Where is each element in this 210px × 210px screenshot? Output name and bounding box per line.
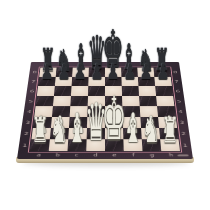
coord-rank-5-left: 5 (29, 99, 34, 103)
coord-rank-6-right: 6 (176, 89, 180, 93)
piece-black-pawn-e7[interactable]: ♟ (107, 63, 120, 85)
coord-rank-4-right: 4 (178, 110, 183, 114)
piece-white-rook-a1[interactable]: ♜ (31, 114, 49, 149)
square-a6[interactable] (37, 86, 55, 96)
coord-rank-1-right: 1 (183, 143, 188, 147)
coord-file-f-near: f (132, 153, 135, 158)
coord-rank-6-left: 6 (30, 89, 34, 93)
square-b6[interactable] (54, 86, 72, 96)
coord-file-b-near: b (55, 153, 60, 158)
piece-black-pawn-c7[interactable]: ♟ (74, 63, 87, 85)
square-h6[interactable] (155, 86, 173, 96)
coord-file-e-near: e (112, 153, 116, 158)
coord-file-c-near: c (75, 153, 79, 158)
coord-rank-3-left: 3 (26, 120, 31, 124)
coord-rank-8-right: 8 (173, 70, 177, 73)
piece-white-king-e1[interactable]: ♚ (102, 89, 126, 149)
piece-black-pawn-g7[interactable]: ♟ (140, 63, 153, 85)
piece-white-knight-b1[interactable]: ♞ (49, 113, 67, 148)
piece-black-pawn-d7[interactable]: ♟ (90, 63, 103, 85)
square-a5[interactable] (36, 96, 54, 106)
coord-rank-8-left: 8 (33, 70, 37, 73)
piece-black-pawn-h7[interactable]: ♟ (157, 63, 170, 85)
piece-black-pawn-f7[interactable]: ♟ (124, 63, 137, 85)
coord-rank-7-left: 7 (31, 80, 35, 83)
piece-white-rook-h1[interactable]: ♜ (161, 114, 179, 149)
piece-black-pawn-b7[interactable]: ♟ (57, 63, 70, 85)
piece-white-bishop-c1[interactable]: ♝ (68, 108, 85, 149)
coord-file-a-near: a (37, 153, 42, 158)
coord-file-h-near: h (169, 153, 174, 158)
coord-rank-2-left: 2 (24, 131, 29, 135)
piece-white-bishop-f1[interactable]: ♝ (124, 108, 141, 149)
coord-rank-7-right: 7 (174, 80, 178, 83)
piece-white-knight-g1[interactable]: ♞ (142, 113, 160, 148)
coord-file-d-near: d (93, 153, 97, 158)
brand-mark (177, 154, 188, 156)
coord-rank-1-left: 1 (22, 143, 27, 147)
square-g5[interactable] (139, 96, 157, 106)
square-g6[interactable] (138, 86, 156, 96)
coord-file-g-near: g (150, 153, 155, 158)
coord-rank-3-right: 3 (180, 120, 185, 124)
product-photo: aabbccddeeffgghh1122334455667788 ♜♞♝♛♚♝♞… (0, 0, 210, 210)
square-h5[interactable] (156, 96, 174, 106)
coord-rank-5-right: 5 (177, 99, 182, 103)
coord-rank-2-right: 2 (181, 131, 186, 135)
piece-black-pawn-a7[interactable]: ♟ (41, 63, 54, 85)
